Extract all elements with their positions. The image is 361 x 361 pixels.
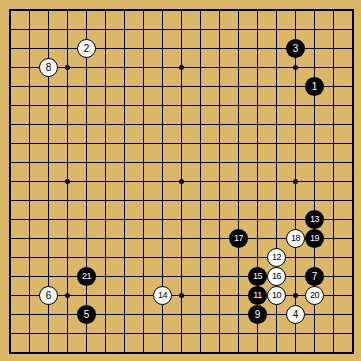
- white-stone-6: 6: [39, 286, 58, 305]
- black-stone-17: 17: [229, 229, 248, 248]
- star-point: [293, 293, 298, 298]
- white-stone-16: 16: [267, 267, 286, 286]
- white-stone-10: 10: [267, 286, 286, 305]
- white-stone-20: 20: [305, 286, 324, 305]
- white-stone-4: 4: [286, 305, 305, 324]
- black-stone-9: 9: [248, 305, 267, 324]
- star-point: [65, 179, 70, 184]
- black-stone-3: 3: [286, 39, 305, 58]
- black-stone-7: 7: [305, 267, 324, 286]
- black-stone-5: 5: [77, 305, 96, 324]
- black-stone-13: 13: [305, 210, 324, 229]
- white-stone-14: 14: [153, 286, 172, 305]
- white-stone-2: 2: [77, 39, 96, 58]
- black-stone-11: 11: [248, 286, 267, 305]
- star-point: [179, 293, 184, 298]
- black-stone-15: 15: [248, 267, 267, 286]
- star-point: [65, 65, 70, 70]
- star-point: [179, 65, 184, 70]
- black-stone-1: 1: [305, 77, 324, 96]
- black-stone-19: 19: [305, 229, 324, 248]
- black-stone-21: 21: [77, 267, 96, 286]
- white-stone-18: 18: [286, 229, 305, 248]
- board-grid: 123456789101112131415161718192021: [1, 1, 361, 361]
- go-board: 123456789101112131415161718192021: [0, 0, 361, 361]
- star-point: [293, 65, 298, 70]
- star-point: [179, 179, 184, 184]
- star-point: [293, 179, 298, 184]
- white-stone-8: 8: [39, 58, 58, 77]
- star-point: [65, 293, 70, 298]
- white-stone-12: 12: [267, 248, 286, 267]
